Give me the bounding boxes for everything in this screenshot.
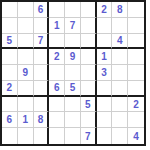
cell-r1-c7[interactable]: 2	[97, 2, 113, 18]
cell-r6-c3[interactable]	[34, 81, 50, 97]
cell-r7-c5[interactable]	[65, 97, 81, 113]
cell-r3-c5[interactable]	[65, 34, 81, 50]
cell-r5-c5[interactable]	[65, 65, 81, 81]
cell-r3-c4[interactable]	[49, 34, 65, 50]
cell-r4-c5[interactable]: 9	[65, 49, 81, 65]
cell-r6-c8[interactable]	[112, 81, 128, 97]
cell-r8-c1[interactable]: 6	[2, 112, 18, 128]
cell-r5-c4[interactable]	[49, 65, 65, 81]
cell-r2-c5[interactable]: 7	[65, 18, 81, 34]
cell-r4-c2[interactable]	[18, 49, 34, 65]
cell-r7-c2[interactable]	[18, 97, 34, 113]
cell-r9-c8[interactable]	[112, 128, 128, 144]
cell-r1-c5[interactable]	[65, 2, 81, 18]
cell-r3-c9[interactable]	[128, 34, 144, 50]
cell-r2-c2[interactable]	[18, 18, 34, 34]
cell-r1-c3[interactable]: 6	[34, 2, 50, 18]
cell-r5-c2[interactable]: 9	[18, 65, 34, 81]
cell-r9-c3[interactable]	[34, 128, 50, 144]
cell-r8-c7[interactable]	[97, 112, 113, 128]
cell-r7-c4[interactable]	[49, 97, 65, 113]
cell-r5-c9[interactable]	[128, 65, 144, 81]
sudoku-board: 62817574291932655261874	[0, 0, 146, 146]
cell-r3-c2[interactable]	[18, 34, 34, 50]
cell-r8-c9[interactable]	[128, 112, 144, 128]
cell-r7-c8[interactable]	[112, 97, 128, 113]
cell-r1-c8[interactable]: 8	[112, 2, 128, 18]
cell-r4-c6[interactable]	[81, 49, 97, 65]
cell-r5-c6[interactable]	[81, 65, 97, 81]
cell-r8-c4[interactable]	[49, 112, 65, 128]
cell-r3-c3[interactable]: 7	[34, 34, 50, 50]
cell-r8-c2[interactable]: 1	[18, 112, 34, 128]
cell-r4-c4[interactable]: 2	[49, 49, 65, 65]
cell-r7-c9[interactable]: 2	[128, 97, 144, 113]
cell-r3-c8[interactable]: 4	[112, 34, 128, 50]
cell-r2-c6[interactable]	[81, 18, 97, 34]
cell-r8-c6[interactable]	[81, 112, 97, 128]
cell-r3-c1[interactable]: 5	[2, 34, 18, 50]
cell-r4-c7[interactable]: 1	[97, 49, 113, 65]
cell-r2-c7[interactable]	[97, 18, 113, 34]
cell-r1-c9[interactable]	[128, 2, 144, 18]
cell-r9-c6[interactable]: 7	[81, 128, 97, 144]
cell-r7-c1[interactable]	[2, 97, 18, 113]
cell-r8-c3[interactable]: 8	[34, 112, 50, 128]
cell-r6-c4[interactable]: 6	[49, 81, 65, 97]
cell-r3-c6[interactable]	[81, 34, 97, 50]
cell-r8-c8[interactable]	[112, 112, 128, 128]
cell-r2-c3[interactable]	[34, 18, 50, 34]
cell-r2-c4[interactable]: 1	[49, 18, 65, 34]
cell-r3-c7[interactable]	[97, 34, 113, 50]
cell-r6-c9[interactable]	[128, 81, 144, 97]
cell-r6-c1[interactable]: 2	[2, 81, 18, 97]
cell-r6-c2[interactable]	[18, 81, 34, 97]
cell-r5-c1[interactable]	[2, 65, 18, 81]
cell-r9-c7[interactable]	[97, 128, 113, 144]
cell-r2-c8[interactable]	[112, 18, 128, 34]
cell-r7-c6[interactable]: 5	[81, 97, 97, 113]
cell-r2-c1[interactable]	[2, 18, 18, 34]
cell-r4-c9[interactable]	[128, 49, 144, 65]
cell-r1-c4[interactable]	[49, 2, 65, 18]
cell-r9-c2[interactable]	[18, 128, 34, 144]
cell-r1-c6[interactable]	[81, 2, 97, 18]
cell-r9-c1[interactable]	[2, 128, 18, 144]
cell-r9-c5[interactable]	[65, 128, 81, 144]
cell-r4-c1[interactable]	[2, 49, 18, 65]
cell-r4-c8[interactable]	[112, 49, 128, 65]
cell-r4-c3[interactable]	[34, 49, 50, 65]
cell-r5-c3[interactable]	[34, 65, 50, 81]
cell-r6-c7[interactable]	[97, 81, 113, 97]
cell-r6-c5[interactable]: 5	[65, 81, 81, 97]
cell-r1-c1[interactable]	[2, 2, 18, 18]
cell-r5-c7[interactable]: 3	[97, 65, 113, 81]
cell-r1-c2[interactable]	[18, 2, 34, 18]
cell-r5-c8[interactable]	[112, 65, 128, 81]
cell-r7-c7[interactable]	[97, 97, 113, 113]
cell-r6-c6[interactable]	[81, 81, 97, 97]
cell-r9-c9[interactable]: 4	[128, 128, 144, 144]
cell-r8-c5[interactable]	[65, 112, 81, 128]
cell-r9-c4[interactable]	[49, 128, 65, 144]
cell-r7-c3[interactable]	[34, 97, 50, 113]
cell-r2-c9[interactable]	[128, 18, 144, 34]
